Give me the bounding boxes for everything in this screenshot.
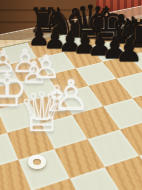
glass-ring-hole xyxy=(33,159,41,165)
glass-ring xyxy=(28,155,46,169)
black-pawn: ♟ xyxy=(115,35,142,66)
white-pawn: ♙ xyxy=(52,75,90,117)
glass-chess-photo: ♜♞♝♛♚♝♞♜♟♟♟♟♟♟♟♙♙♙♙♔♕♗♙ xyxy=(0,0,142,190)
